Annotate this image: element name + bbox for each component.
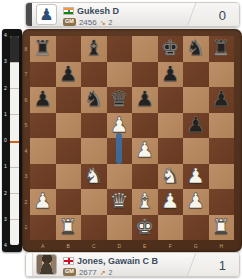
rank-label-1: 1 (22, 215, 30, 241)
rank-label-3: 3 (22, 164, 30, 190)
square-d6[interactable]: ♛ (107, 87, 133, 113)
eval-tick (10, 62, 19, 63)
file-label-h: H (209, 240, 235, 251)
evaluation-scale: 432101234 (2, 33, 9, 248)
square-e1[interactable]: ♚ (132, 215, 158, 241)
square-b5[interactable] (56, 113, 82, 139)
square-e6[interactable]: ♟ (132, 87, 158, 113)
square-h5[interactable] (209, 113, 235, 139)
square-b3[interactable] (56, 164, 82, 190)
england-flag-icon (63, 257, 74, 265)
rank-label-4: 4 (22, 138, 30, 164)
piece-black-rook[interactable]: ♜ (30, 36, 56, 62)
square-g3[interactable]: ♟ (183, 164, 209, 190)
top-title-badge: GM (63, 18, 76, 26)
square-a1[interactable] (30, 215, 56, 241)
piece-black-pawn[interactable]: ♟ (56, 62, 82, 88)
square-e4[interactable]: ♟ (132, 138, 158, 164)
square-c6[interactable]: ♞ (81, 87, 107, 113)
square-f7[interactable]: ♟ (158, 62, 184, 88)
eval-scale-label-4: 0 (2, 138, 9, 143)
rank-label-8: 8 (22, 36, 30, 62)
black-color-strip (26, 3, 32, 26)
eval-scale-label-5: 1 (2, 164, 9, 169)
square-e7[interactable] (132, 62, 158, 88)
square-g6[interactable] (183, 87, 209, 113)
eval-tick (10, 88, 19, 89)
eval-tick (10, 167, 19, 168)
piece-white-pawn[interactable]: ♟ (107, 113, 133, 139)
evaluation-black-segment (10, 36, 19, 63)
eval-scale-label-3: 1 (2, 112, 9, 117)
bottom-player-name: Jones, Gawain C B (77, 256, 158, 266)
piece-black-king[interactable]: ♚ (158, 36, 184, 62)
eval-tick (10, 193, 19, 194)
square-g2[interactable]: ♟ (183, 189, 209, 215)
square-b6[interactable] (56, 87, 82, 113)
piece-black-queen[interactable]: ♛ (107, 87, 133, 113)
square-g4[interactable] (183, 138, 209, 164)
piece-white-queen[interactable]: ♛ (107, 189, 133, 215)
top-player-name: Gukesh D (77, 6, 119, 16)
top-player-rating: 2456 (79, 18, 97, 27)
top-player-bar[interactable]: ♟ Gukesh D GM 2456 ↘ 2 0 (25, 2, 240, 27)
file-label-a: A (30, 240, 56, 251)
bottom-player-avatar[interactable] (36, 254, 57, 275)
square-d1[interactable] (107, 215, 133, 241)
bottom-score-panel (186, 252, 240, 277)
top-rating-change: 2 (109, 19, 113, 26)
rank-labels: 87654321 (22, 36, 30, 240)
square-g1[interactable] (183, 215, 209, 241)
piece-black-pawn[interactable]: ♟ (158, 62, 184, 88)
file-label-d: D (107, 240, 133, 251)
piece-black-bishop[interactable]: ♝ (81, 36, 107, 62)
rating-down-arrow-icon: ↘ (100, 19, 106, 26)
piece-white-king[interactable]: ♚ (132, 215, 158, 241)
top-player-avatar[interactable]: ♟ (36, 4, 57, 25)
eval-scale-label-1: 3 (2, 59, 9, 64)
square-c7[interactable] (81, 62, 107, 88)
square-d3[interactable] (107, 164, 133, 190)
square-d5[interactable]: ♟ (107, 113, 133, 139)
square-b4[interactable] (56, 138, 82, 164)
file-label-b: B (56, 240, 82, 251)
file-label-e: E (132, 240, 158, 251)
bottom-player-rating: 2677 (79, 268, 97, 277)
white-color-strip (26, 253, 33, 276)
eval-zero-line (10, 141, 19, 143)
square-c5[interactable] (81, 113, 107, 139)
square-e8[interactable] (132, 36, 158, 62)
square-a5[interactable] (30, 113, 56, 139)
piece-white-rook[interactable]: ♜ (209, 215, 235, 241)
chess-broadcast-board-card: ♟ Gukesh D GM 2456 ↘ 2 0 432101234 87654… (0, 0, 242, 279)
square-h1[interactable]: ♜ (209, 215, 235, 241)
square-f1[interactable] (158, 215, 184, 241)
bottom-player-bar[interactable]: Jones, Gawain C B GM 2677 ↗ 2 1 (25, 252, 240, 277)
india-flag-icon (63, 7, 74, 15)
square-h8[interactable]: ♜ (209, 36, 235, 62)
square-b8[interactable] (56, 36, 82, 62)
square-f5[interactable] (158, 113, 184, 139)
square-a3[interactable] (30, 164, 56, 190)
square-d8[interactable] (107, 36, 133, 62)
bottom-title-badge: GM (63, 268, 76, 276)
square-f8[interactable]: ♚ (158, 36, 184, 62)
square-a4[interactable] (30, 138, 56, 164)
file-label-f: F (158, 240, 184, 251)
evaluation-gauge (10, 36, 19, 245)
top-player-score: 0 (219, 7, 226, 22)
square-f3[interactable]: ♞ (158, 164, 184, 190)
square-a6[interactable]: ♟ (30, 87, 56, 113)
piece-white-knight[interactable]: ♞ (81, 164, 107, 190)
board-squares: ♜♝♚♞♜♟♟♟♞♛♟♟♟♟♟♞♞♟♟♛♝♟♟♜♚♜ (30, 36, 234, 240)
piece-black-pawn[interactable]: ♟ (209, 87, 235, 113)
piece-white-pawn[interactable]: ♟ (132, 138, 158, 164)
square-c4[interactable] (81, 138, 107, 164)
square-a2[interactable]: ♟ (30, 189, 56, 215)
square-h3[interactable] (209, 164, 235, 190)
square-h4[interactable] (209, 138, 235, 164)
piece-white-pawn[interactable]: ♟ (158, 189, 184, 215)
square-d7[interactable] (107, 62, 133, 88)
bottom-player-score: 1 (219, 257, 226, 272)
square-c3[interactable]: ♞ (81, 164, 107, 190)
file-labels: ABCDEFGH (30, 240, 234, 251)
eval-scale-label-8: 4 (2, 243, 9, 248)
eval-scale-label-0: 4 (2, 33, 9, 38)
square-b1[interactable]: ♜ (56, 215, 82, 241)
square-g7[interactable] (183, 62, 209, 88)
square-f4[interactable] (158, 138, 184, 164)
piece-white-pawn[interactable]: ♟ (183, 189, 209, 215)
square-b7[interactable]: ♟ (56, 62, 82, 88)
eval-scale-label-6: 2 (2, 191, 9, 196)
eval-scale-label-2: 2 (2, 86, 9, 91)
piece-black-pawn[interactable]: ♟ (183, 113, 209, 139)
square-e2[interactable]: ♝ (132, 189, 158, 215)
piece-white-rook[interactable]: ♜ (56, 215, 82, 241)
piece-black-rook[interactable]: ♜ (209, 36, 235, 62)
bottom-rating-change: 2 (109, 269, 113, 276)
square-b2[interactable] (56, 189, 82, 215)
chess-board: 87654321 ♜♝♚♞♜♟♟♟♞♛♟♟♟♟♟♞♞♟♟♛♝♟♟♜♚♜ ABCD… (22, 29, 242, 252)
square-h2[interactable] (209, 189, 235, 215)
square-e3[interactable] (132, 164, 158, 190)
square-f6[interactable] (158, 87, 184, 113)
square-f2[interactable]: ♟ (158, 189, 184, 215)
piece-black-knight[interactable]: ♞ (81, 87, 107, 113)
square-g5[interactable]: ♟ (183, 113, 209, 139)
pawn-silhouette-icon: ♟ (39, 7, 53, 23)
square-g8[interactable]: ♞ (183, 36, 209, 62)
file-label-c: C (81, 240, 107, 251)
square-c1[interactable] (81, 215, 107, 241)
square-e5[interactable] (132, 113, 158, 139)
square-c2[interactable] (81, 189, 107, 215)
piece-black-knight[interactable]: ♞ (183, 36, 209, 62)
eval-scale-label-7: 3 (2, 217, 9, 222)
top-player-info: Gukesh D GM 2456 ↘ 2 (63, 5, 119, 27)
eval-tick (10, 114, 19, 115)
piece-white-pawn[interactable]: ♟ (30, 189, 56, 215)
evaluation-bar: 432101234 (2, 29, 22, 252)
square-d2[interactable]: ♛ (107, 189, 133, 215)
piece-white-knight[interactable]: ♞ (158, 164, 184, 190)
square-a7[interactable] (30, 62, 56, 88)
rank-label-2: 2 (22, 189, 30, 215)
rank-label-6: 6 (22, 87, 30, 113)
rating-up-arrow-icon: ↗ (100, 269, 106, 276)
piece-black-pawn[interactable]: ♟ (30, 87, 56, 113)
square-c8[interactable]: ♝ (81, 36, 107, 62)
eval-tick (10, 219, 19, 220)
rank-label-7: 7 (22, 62, 30, 88)
piece-white-bishop[interactable]: ♝ (132, 189, 158, 215)
square-h6[interactable]: ♟ (209, 87, 235, 113)
top-score-panel (186, 2, 240, 27)
file-label-g: G (183, 240, 209, 251)
piece-black-pawn[interactable]: ♟ (132, 87, 158, 113)
square-h7[interactable] (209, 62, 235, 88)
rank-label-5: 5 (22, 113, 30, 139)
bottom-player-info: Jones, Gawain C B GM 2677 ↗ 2 (63, 255, 158, 277)
square-a8[interactable]: ♜ (30, 36, 56, 62)
piece-white-pawn[interactable]: ♟ (183, 164, 209, 190)
